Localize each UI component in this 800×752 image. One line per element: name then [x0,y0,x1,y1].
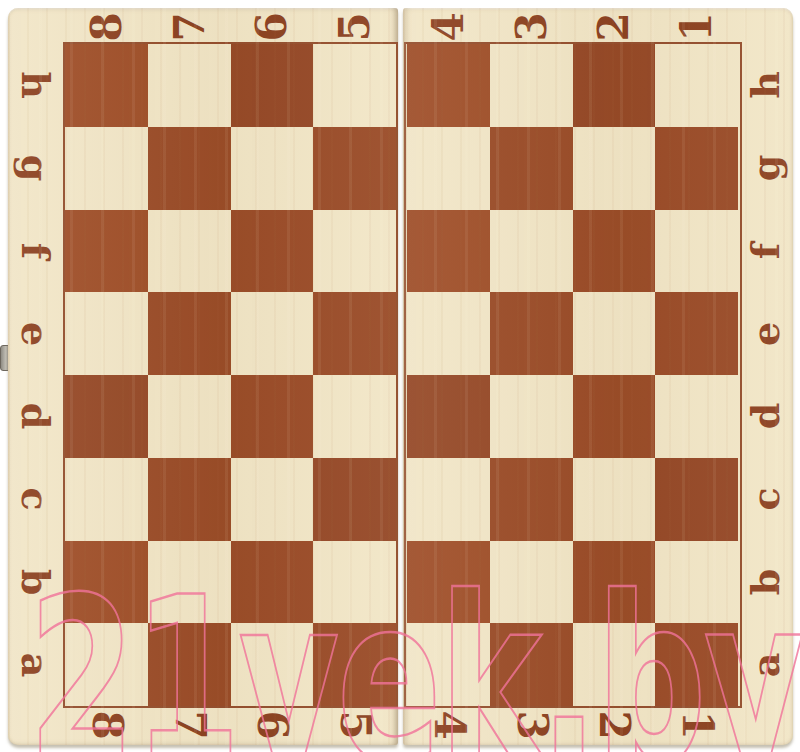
rank-label-2-bottom: 2 [593,710,635,739]
file-label-c-right: c [747,488,785,511]
file-label-c-left: c [16,488,54,511]
rank-label-5-bottom: 5 [334,710,376,739]
rank-label-7-bottom: 7 [168,710,210,739]
file-labels-left-edge: hgfedcba [8,44,62,706]
file-label-f-right: f [747,243,785,259]
rank-label-5-top: 5 [334,12,376,41]
rank-label-2-top: 2 [593,12,635,41]
file-label-a-right: a [747,652,785,677]
rank-labels-top-left-half: 8765 [65,10,396,44]
file-label-b-left: b [16,569,54,596]
rank-label-6-bottom: 6 [251,710,293,739]
file-label-h-right: h [747,72,785,100]
rank-label-1-bottom: 1 [676,710,718,739]
file-label-e-right: e [747,322,785,346]
rank-label-3-bottom: 3 [510,710,552,739]
rank-labels-top-right-half: 4321 [407,10,738,44]
file-label-d-right: d [747,403,785,430]
file-label-d-left: d [16,403,54,430]
rank-label-6-top: 6 [251,12,293,41]
rank-label-8-bottom: 8 [85,710,127,739]
playing-area-frame-right [404,42,742,708]
rank-label-8-top: 8 [85,12,127,41]
rank-label-4-bottom: 4 [427,710,469,739]
board-left-half: 8765 8765 hgfedcba [8,8,398,745]
product-photo-background: 8765 8765 hgfedcba 4321 4321 hgfedcba 21… [0,0,800,752]
file-label-g-left: g [16,155,54,182]
rank-labels-bottom-left-half: 8765 [65,706,396,744]
rank-labels-bottom-right-half: 4321 [407,706,738,744]
board-right-half: 4321 4321 hgfedcba [403,8,793,745]
rank-label-3-top: 3 [510,12,552,41]
rank-label-1-top: 1 [676,12,718,41]
playing-area-frame-left [63,42,398,708]
rank-label-7-top: 7 [168,12,210,41]
file-label-h-left: h [16,72,54,100]
file-label-g-right: g [747,155,785,182]
file-label-e-left: e [16,322,54,346]
file-label-a-left: a [16,652,54,677]
file-labels-right-edge: hgfedcba [739,44,793,706]
file-label-f-left: f [16,243,54,259]
rank-label-4-top: 4 [427,12,469,41]
file-label-b-right: b [747,569,785,596]
